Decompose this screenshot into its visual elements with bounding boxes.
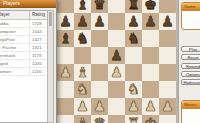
square-d1[interactable]: ♛ bbox=[91, 115, 108, 123]
square-c4[interactable]: ♝ bbox=[74, 64, 91, 81]
rewind-button[interactable]: Rewind bbox=[181, 63, 200, 69]
table-row[interactable]: Jabba1728 bbox=[0, 20, 47, 28]
highscore-button[interactable]: Highscore bbox=[181, 79, 200, 85]
square-h1[interactable] bbox=[159, 115, 176, 123]
player-name: GigaPirat bbox=[0, 36, 30, 43]
chess-board: ♜♝♛♜♚♟♟♟♟♟♟♟♝♞♞♟♟♝♟♞♞♟♟♟♟♟♟♜♝♛♜♚ bbox=[40, 0, 176, 123]
column-header-player[interactable]: Player bbox=[0, 11, 30, 19]
square-f8[interactable]: ♜ bbox=[125, 0, 142, 13]
player-name: Bernhard bbox=[0, 52, 30, 59]
square-e8[interactable] bbox=[108, 0, 125, 13]
square-c2[interactable]: ♟ bbox=[74, 98, 91, 115]
square-e6[interactable] bbox=[108, 30, 125, 47]
square-f2[interactable]: ♟ bbox=[125, 98, 142, 115]
piece-black-pawn[interactable]: ♟ bbox=[142, 13, 159, 30]
player-rating: 1173 bbox=[30, 52, 47, 59]
player-rating: 1321 bbox=[30, 44, 47, 51]
square-f7[interactable]: ♟ bbox=[125, 13, 142, 30]
square-h3[interactable] bbox=[159, 81, 176, 98]
players-table: Player Rating Jabba1728Computer1544GigaP… bbox=[0, 10, 48, 123]
square-e1[interactable] bbox=[108, 115, 125, 123]
piece-white-pawn[interactable]: ♟ bbox=[125, 98, 142, 115]
piece-white-pawn[interactable]: ♟ bbox=[91, 98, 108, 115]
square-b2[interactable] bbox=[57, 98, 74, 115]
square-d5[interactable] bbox=[91, 47, 108, 64]
players-window: Players Player Rating Jabba1728Computer1… bbox=[0, 0, 57, 123]
player-rating: 1544 bbox=[30, 28, 47, 35]
square-h4[interactable] bbox=[159, 64, 176, 81]
action-buttons: PlayResetRewindOptionsHighscore bbox=[181, 46, 200, 87]
piece-black-bishop[interactable]: ♝ bbox=[57, 30, 74, 47]
square-g1[interactable]: ♚ bbox=[142, 115, 159, 123]
square-d6[interactable] bbox=[91, 30, 108, 47]
player-name: Roman bbox=[0, 68, 30, 75]
square-b6[interactable]: ♝ bbox=[57, 30, 74, 47]
player-name: B. Fischer bbox=[0, 44, 30, 51]
group-box-game-title: Game bbox=[182, 3, 200, 11]
square-d7[interactable]: ♟ bbox=[91, 13, 108, 30]
square-g6[interactable] bbox=[142, 30, 159, 47]
square-h2[interactable]: ♟ bbox=[159, 98, 176, 115]
piece-white-queen[interactable]: ♛ bbox=[91, 115, 108, 123]
square-e3[interactable] bbox=[108, 81, 125, 98]
piece-white-pawn[interactable]: ♟ bbox=[57, 64, 74, 81]
piece-black-pawn[interactable]: ♟ bbox=[57, 13, 74, 30]
square-h8[interactable] bbox=[159, 0, 176, 13]
table-row[interactable]: Ingrid1206 bbox=[0, 60, 47, 68]
reset-button[interactable]: Reset bbox=[181, 54, 200, 60]
players-table-header: Player Rating bbox=[0, 11, 47, 20]
piece-white-pawn[interactable]: ♟ bbox=[108, 64, 125, 81]
square-b3[interactable] bbox=[57, 81, 74, 98]
square-c6[interactable]: ♞ bbox=[74, 30, 91, 47]
piece-black-pawn[interactable]: ♟ bbox=[125, 13, 142, 30]
piece-black-knight[interactable]: ♞ bbox=[74, 30, 91, 47]
piece-black-king[interactable]: ♚ bbox=[142, 0, 159, 13]
piece-black-pawn[interactable]: ♟ bbox=[108, 47, 125, 64]
players-table-body: Jabba1728Computer1544GigaPirat1427B. Fis… bbox=[0, 20, 47, 76]
square-d4[interactable] bbox=[91, 64, 108, 81]
square-h5[interactable] bbox=[159, 47, 176, 64]
square-c1[interactable]: ♝ bbox=[74, 115, 91, 123]
players-window-titlebar[interactable]: Players bbox=[0, 0, 56, 8]
square-f3[interactable]: ♞ bbox=[125, 81, 142, 98]
piece-black-pawn[interactable]: ♟ bbox=[159, 13, 176, 30]
player-rating: 1200 bbox=[30, 68, 47, 75]
piece-white-pawn[interactable]: ♟ bbox=[74, 98, 91, 115]
square-g5[interactable] bbox=[142, 47, 159, 64]
piece-black-pawn[interactable]: ♟ bbox=[91, 13, 108, 30]
group-box-game: Game bbox=[181, 2, 200, 30]
square-e2[interactable] bbox=[108, 98, 125, 115]
square-f1[interactable]: ♜ bbox=[125, 115, 142, 123]
square-c5[interactable] bbox=[74, 47, 91, 64]
square-c7[interactable]: ♟ bbox=[74, 13, 91, 30]
square-e4[interactable]: ♟ bbox=[108, 64, 125, 81]
square-f6[interactable]: ♞ bbox=[125, 30, 142, 47]
players-scrollbar[interactable] bbox=[47, 10, 54, 123]
piece-white-knight[interactable]: ♞ bbox=[74, 81, 91, 98]
player-rating: 1206 bbox=[30, 60, 47, 67]
square-d8[interactable]: ♛ bbox=[91, 0, 108, 13]
player-name: Jabba bbox=[0, 20, 30, 27]
piece-white-pawn[interactable]: ♟ bbox=[142, 98, 159, 115]
play-button[interactable]: Play bbox=[181, 46, 200, 52]
table-row[interactable]: Bernhard1173 bbox=[0, 52, 47, 60]
square-g3[interactable] bbox=[142, 81, 159, 98]
table-row[interactable]: Computer1544 bbox=[0, 28, 47, 36]
square-d2[interactable]: ♟ bbox=[91, 98, 108, 115]
piece-white-bishop[interactable]: ♝ bbox=[74, 115, 91, 123]
piece-black-bishop[interactable]: ♝ bbox=[74, 0, 91, 13]
piece-white-pawn[interactable]: ♟ bbox=[159, 98, 176, 115]
table-row[interactable]: GigaPirat1427 bbox=[0, 36, 47, 44]
square-g4[interactable] bbox=[142, 64, 159, 81]
control-panel: Game PlayResetRewindOptionsHighscore Mov… bbox=[178, 0, 200, 123]
app-window: ♜♝♛♜♚♟♟♟♟♟♟♟♝♞♞♟♟♝♟♞♞♟♟♟♟♟♟♜♝♛♜♚ Game Pl… bbox=[0, 0, 200, 123]
square-f5[interactable] bbox=[125, 47, 142, 64]
group-box-moves-title: Moves bbox=[182, 101, 200, 109]
piece-white-knight[interactable]: ♞ bbox=[125, 81, 142, 98]
square-d3[interactable] bbox=[91, 81, 108, 98]
piece-white-bishop[interactable]: ♝ bbox=[74, 64, 91, 81]
table-row[interactable]: Roman1200 bbox=[0, 68, 47, 76]
player-rating: 1728 bbox=[30, 20, 47, 27]
square-g8[interactable]: ♚ bbox=[142, 0, 159, 13]
square-b8[interactable] bbox=[57, 0, 74, 13]
player-name: Computer bbox=[0, 28, 30, 35]
piece-black-knight[interactable]: ♞ bbox=[125, 30, 142, 47]
square-b5[interactable] bbox=[57, 47, 74, 64]
player-name: Ingrid bbox=[0, 60, 30, 67]
piece-white-king[interactable]: ♚ bbox=[142, 115, 159, 123]
square-f4[interactable] bbox=[125, 64, 142, 81]
square-b1[interactable] bbox=[57, 115, 74, 123]
square-e5[interactable]: ♟ bbox=[108, 47, 125, 64]
scrollbar-thumb[interactable] bbox=[49, 12, 52, 26]
square-g2[interactable]: ♟ bbox=[142, 98, 159, 115]
square-c8[interactable]: ♝ bbox=[74, 0, 91, 13]
square-h6[interactable] bbox=[159, 30, 176, 47]
piece-black-queen[interactable]: ♛ bbox=[91, 0, 108, 13]
square-b7[interactable]: ♟ bbox=[57, 13, 74, 30]
player-rating: 1427 bbox=[30, 36, 47, 43]
square-h7[interactable]: ♟ bbox=[159, 13, 176, 30]
options-button[interactable]: Options bbox=[181, 71, 200, 77]
square-e7[interactable] bbox=[108, 13, 125, 30]
column-header-rating[interactable]: Rating bbox=[30, 11, 47, 19]
square-c3[interactable]: ♞ bbox=[74, 81, 91, 98]
piece-black-rook[interactable]: ♜ bbox=[125, 0, 142, 13]
square-b4[interactable]: ♟ bbox=[57, 64, 74, 81]
group-box-moves: Moves bbox=[181, 100, 200, 123]
piece-black-pawn[interactable]: ♟ bbox=[74, 13, 91, 30]
table-row[interactable]: B. Fischer1321 bbox=[0, 44, 47, 52]
square-g7[interactable]: ♟ bbox=[142, 13, 159, 30]
piece-white-rook[interactable]: ♜ bbox=[125, 115, 142, 123]
